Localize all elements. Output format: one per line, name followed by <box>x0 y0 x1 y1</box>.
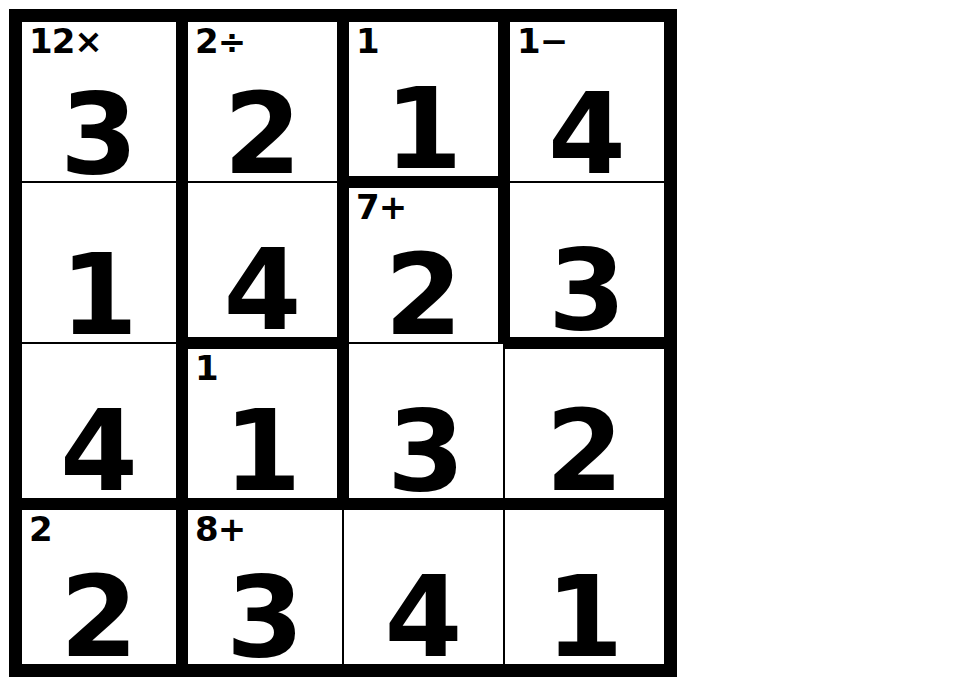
cage-clue: 1 <box>195 351 218 387</box>
cell-value: 2 <box>505 390 664 513</box>
cage-clue: 2 <box>29 512 52 548</box>
cell-r2c4[interactable]: 3 <box>504 182 665 343</box>
cell-value: 4 <box>22 390 176 513</box>
cell-value: 3 <box>349 390 503 513</box>
cell-value: 1 <box>505 556 664 679</box>
cell-value: 1 <box>188 390 337 513</box>
cell-r1c2[interactable]: 2÷ 2 <box>182 21 343 182</box>
cell-value: 3 <box>510 229 664 352</box>
cell-value: 1 <box>349 68 498 191</box>
cell-r2c2[interactable]: 4 <box>182 182 343 343</box>
cell-r1c3[interactable]: 1 1 <box>343 21 504 182</box>
cage-clue: 2÷ <box>195 24 245 60</box>
cell-value: 1 <box>22 234 176 357</box>
cell-value: 3 <box>22 73 176 196</box>
cell-r4c1[interactable]: 2 2 <box>21 504 182 665</box>
cell-value: 2 <box>188 73 337 196</box>
cell-r1c1[interactable]: 12× 3 <box>21 21 182 182</box>
kenken-board: 12× 3 2÷ 2 1 1 1− 4 1 4 7+ 2 3 4 1 1 3 <box>9 9 677 677</box>
cell-value: 4 <box>188 229 337 352</box>
cell-r3c2[interactable]: 1 1 <box>182 343 343 504</box>
cage-clue: 7+ <box>356 190 406 226</box>
cell-value: 2 <box>349 234 498 357</box>
cell-r1c4[interactable]: 1− 4 <box>504 21 665 182</box>
cell-r2c3[interactable]: 7+ 2 <box>343 182 504 343</box>
cell-r2c1[interactable]: 1 <box>21 182 182 343</box>
cell-r4c3[interactable]: 4 <box>343 504 504 665</box>
cell-r4c2[interactable]: 8+ 3 <box>182 504 343 665</box>
cage-clue: 1− <box>517 24 567 60</box>
cell-r4c4[interactable]: 1 <box>504 504 665 665</box>
cell-r3c3[interactable]: 3 <box>343 343 504 504</box>
cage-clue: 8+ <box>195 512 245 548</box>
cell-value: 4 <box>510 73 664 196</box>
cell-value: 2 <box>22 556 176 679</box>
cell-value: 4 <box>344 556 503 679</box>
cell-r3c1[interactable]: 4 <box>21 343 182 504</box>
cage-clue: 1 <box>356 24 379 60</box>
cage-clue: 12× <box>29 24 102 60</box>
cell-r3c4[interactable]: 2 <box>504 343 665 504</box>
cell-value: 3 <box>188 556 342 679</box>
